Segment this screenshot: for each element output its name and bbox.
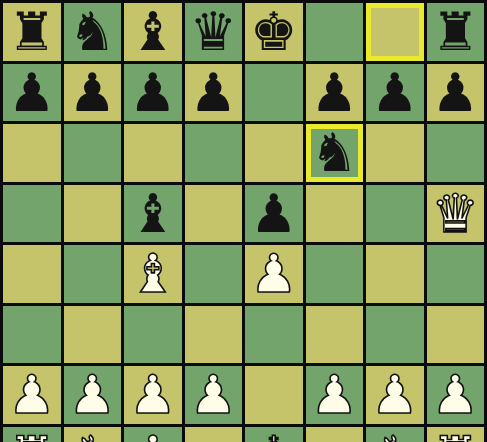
square-c4[interactable]: ♝ <box>124 245 182 303</box>
piece-black-king[interactable]: ♚ <box>250 5 298 58</box>
piece-black-pawn[interactable]: ♟ <box>68 66 116 119</box>
square-g8[interactable] <box>366 3 424 61</box>
piece-white-king[interactable]: ♚ <box>250 429 298 442</box>
square-f6[interactable]: ♞ <box>306 124 364 182</box>
square-d4[interactable] <box>185 245 243 303</box>
square-g7[interactable]: ♟ <box>366 64 424 122</box>
piece-black-bishop[interactable]: ♝ <box>129 5 177 58</box>
piece-black-rook[interactable]: ♜ <box>431 5 479 58</box>
square-c6[interactable] <box>124 124 182 182</box>
square-e6[interactable] <box>245 124 303 182</box>
square-b6[interactable] <box>64 124 122 182</box>
piece-black-pawn[interactable]: ♟ <box>8 66 56 119</box>
square-g4[interactable] <box>366 245 424 303</box>
square-d1[interactable] <box>185 427 243 442</box>
square-c7[interactable]: ♟ <box>124 64 182 122</box>
square-b4[interactable] <box>64 245 122 303</box>
square-h2[interactable]: ♟ <box>427 366 485 424</box>
piece-black-rook[interactable]: ♜ <box>8 5 56 58</box>
piece-white-knight[interactable]: ♞ <box>371 429 419 442</box>
square-e2[interactable] <box>245 366 303 424</box>
square-f5[interactable] <box>306 185 364 243</box>
square-a6[interactable] <box>3 124 61 182</box>
piece-black-bishop[interactable]: ♝ <box>129 187 177 240</box>
square-d2[interactable]: ♟ <box>185 366 243 424</box>
square-d3[interactable] <box>185 306 243 364</box>
square-e3[interactable] <box>245 306 303 364</box>
square-b3[interactable] <box>64 306 122 364</box>
piece-black-pawn[interactable]: ♟ <box>431 66 479 119</box>
square-c8[interactable]: ♝ <box>124 3 182 61</box>
piece-black-pawn[interactable]: ♟ <box>371 66 419 119</box>
piece-white-pawn[interactable]: ♟ <box>129 368 177 421</box>
piece-white-rook[interactable]: ♜ <box>8 429 56 442</box>
square-f3[interactable] <box>306 306 364 364</box>
piece-white-bishop[interactable]: ♝ <box>129 429 177 442</box>
square-a4[interactable] <box>3 245 61 303</box>
square-e5[interactable]: ♟ <box>245 185 303 243</box>
square-d7[interactable]: ♟ <box>185 64 243 122</box>
piece-white-pawn[interactable]: ♟ <box>371 368 419 421</box>
piece-white-bishop[interactable]: ♝ <box>129 247 177 300</box>
square-d8[interactable]: ♛ <box>185 3 243 61</box>
square-a8[interactable]: ♜ <box>3 3 61 61</box>
square-b8[interactable]: ♞ <box>64 3 122 61</box>
square-b7[interactable]: ♟ <box>64 64 122 122</box>
square-g1[interactable]: ♞ <box>366 427 424 442</box>
square-e1[interactable]: ♚ <box>245 427 303 442</box>
piece-black-pawn[interactable]: ♟ <box>129 66 177 119</box>
square-b2[interactable]: ♟ <box>64 366 122 424</box>
piece-white-pawn[interactable]: ♟ <box>431 368 479 421</box>
square-a1[interactable]: ♜ <box>3 427 61 442</box>
piece-white-pawn[interactable]: ♟ <box>250 247 298 300</box>
square-h5[interactable]: ♛ <box>427 185 485 243</box>
square-a2[interactable]: ♟ <box>3 366 61 424</box>
piece-white-pawn[interactable]: ♟ <box>8 368 56 421</box>
square-h6[interactable] <box>427 124 485 182</box>
square-h8[interactable]: ♜ <box>427 3 485 61</box>
square-b1[interactable]: ♞ <box>64 427 122 442</box>
square-h7[interactable]: ♟ <box>427 64 485 122</box>
piece-black-knight[interactable]: ♞ <box>310 126 358 179</box>
square-e8[interactable]: ♚ <box>245 3 303 61</box>
piece-white-rook[interactable]: ♜ <box>431 429 479 442</box>
square-g5[interactable] <box>366 185 424 243</box>
square-a5[interactable] <box>3 185 61 243</box>
square-e4[interactable]: ♟ <box>245 245 303 303</box>
square-f7[interactable]: ♟ <box>306 64 364 122</box>
square-d6[interactable] <box>185 124 243 182</box>
square-d5[interactable] <box>185 185 243 243</box>
square-h4[interactable] <box>427 245 485 303</box>
square-f1[interactable] <box>306 427 364 442</box>
piece-white-knight[interactable]: ♞ <box>68 429 116 442</box>
square-c5[interactable]: ♝ <box>124 185 182 243</box>
chess-board: ♜♞♝♛♚♜♟♟♟♟♟♟♟♞♝♟♛♝♟♟♟♟♟♟♟♟♜♞♝♚♞♜ <box>0 0 487 442</box>
square-g6[interactable] <box>366 124 424 182</box>
square-e7[interactable] <box>245 64 303 122</box>
square-f8[interactable] <box>306 3 364 61</box>
square-f4[interactable] <box>306 245 364 303</box>
square-h3[interactable] <box>427 306 485 364</box>
square-b5[interactable] <box>64 185 122 243</box>
square-c2[interactable]: ♟ <box>124 366 182 424</box>
piece-black-pawn[interactable]: ♟ <box>189 66 237 119</box>
square-a7[interactable]: ♟ <box>3 64 61 122</box>
piece-white-pawn[interactable]: ♟ <box>189 368 237 421</box>
square-a3[interactable] <box>3 306 61 364</box>
chess-app-viewport: ♜♞♝♛♚♜♟♟♟♟♟♟♟♞♝♟♛♝♟♟♟♟♟♟♟♟♜♞♝♚♞♜ <box>0 0 487 442</box>
piece-white-queen[interactable]: ♛ <box>431 187 479 240</box>
piece-black-knight[interactable]: ♞ <box>68 5 116 58</box>
piece-black-queen[interactable]: ♛ <box>189 5 237 58</box>
piece-black-pawn[interactable]: ♟ <box>310 66 358 119</box>
piece-white-pawn[interactable]: ♟ <box>310 368 358 421</box>
piece-black-pawn[interactable]: ♟ <box>250 187 298 240</box>
square-c1[interactable]: ♝ <box>124 427 182 442</box>
square-g2[interactable]: ♟ <box>366 366 424 424</box>
piece-white-pawn[interactable]: ♟ <box>68 368 116 421</box>
square-c3[interactable] <box>124 306 182 364</box>
square-h1[interactable]: ♜ <box>427 427 485 442</box>
square-g3[interactable] <box>366 306 424 364</box>
square-f2[interactable]: ♟ <box>306 366 364 424</box>
